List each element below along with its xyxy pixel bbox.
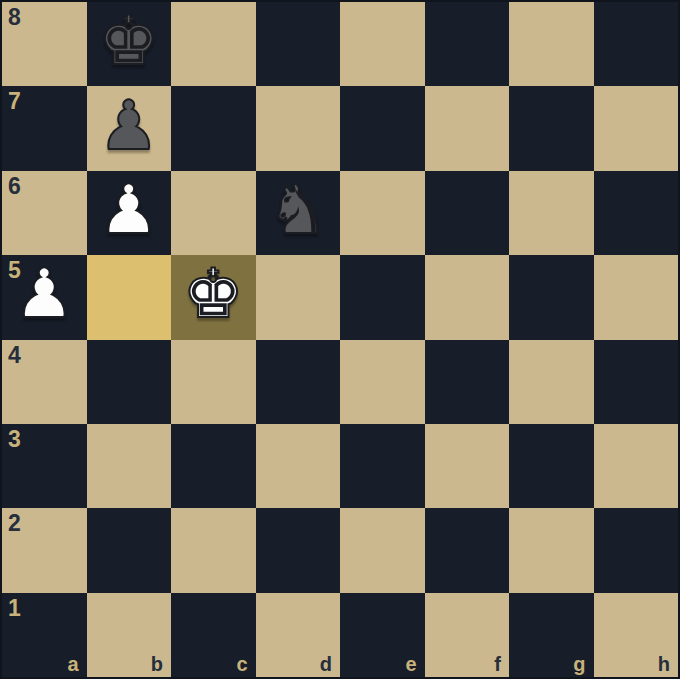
white-king[interactable]: ♚	[183, 260, 244, 328]
square-e8[interactable]	[340, 2, 425, 86]
square-d7[interactable]	[256, 86, 341, 170]
square-f3[interactable]	[425, 424, 510, 508]
square-g1[interactable]: g	[509, 593, 594, 677]
file-label-e: e	[405, 654, 416, 674]
chess-app: 8♚7♟6♟♞5♟♚4321abcdefgh	[0, 0, 680, 679]
square-a1[interactable]: 1a	[2, 593, 87, 677]
square-g6[interactable]	[509, 171, 594, 255]
square-g5[interactable]	[509, 255, 594, 339]
square-b3[interactable]	[87, 424, 172, 508]
rank-label-3: 3	[8, 428, 21, 451]
rank-label-1: 1	[8, 597, 21, 620]
square-b7[interactable]: ♟	[87, 86, 172, 170]
square-e7[interactable]	[340, 86, 425, 170]
square-b4[interactable]	[87, 340, 172, 424]
square-e2[interactable]	[340, 508, 425, 592]
square-d5[interactable]	[256, 255, 341, 339]
white-pawn[interactable]: ♟	[98, 176, 159, 244]
black-knight[interactable]: ♞	[267, 176, 328, 244]
file-label-f: f	[494, 654, 501, 674]
square-b8[interactable]: ♚	[87, 2, 172, 86]
square-h6[interactable]	[594, 171, 679, 255]
square-a7[interactable]: 7	[2, 86, 87, 170]
square-d3[interactable]	[256, 424, 341, 508]
square-g4[interactable]	[509, 340, 594, 424]
square-d1[interactable]: d	[256, 593, 341, 677]
black-pawn[interactable]: ♟	[98, 92, 159, 160]
square-d4[interactable]	[256, 340, 341, 424]
square-e3[interactable]	[340, 424, 425, 508]
square-b5[interactable]	[87, 255, 172, 339]
square-c4[interactable]	[171, 340, 256, 424]
square-f4[interactable]	[425, 340, 510, 424]
square-a4[interactable]: 4	[2, 340, 87, 424]
rank-label-4: 4	[8, 344, 21, 367]
square-h8[interactable]	[594, 2, 679, 86]
chess-board: 8♚7♟6♟♞5♟♚4321abcdefgh	[0, 0, 680, 679]
square-a8[interactable]: 8	[2, 2, 87, 86]
square-g2[interactable]	[509, 508, 594, 592]
square-b2[interactable]	[87, 508, 172, 592]
square-a6[interactable]: 6	[2, 171, 87, 255]
file-label-g: g	[573, 654, 585, 674]
square-h1[interactable]: h	[594, 593, 679, 677]
square-h3[interactable]	[594, 424, 679, 508]
square-a5[interactable]: 5♟	[2, 255, 87, 339]
square-h2[interactable]	[594, 508, 679, 592]
square-g8[interactable]	[509, 2, 594, 86]
white-pawn[interactable]: ♟	[14, 260, 75, 328]
square-c1[interactable]: c	[171, 593, 256, 677]
square-h4[interactable]	[594, 340, 679, 424]
square-f7[interactable]	[425, 86, 510, 170]
square-g3[interactable]	[509, 424, 594, 508]
square-d2[interactable]	[256, 508, 341, 592]
square-c8[interactable]	[171, 2, 256, 86]
square-f8[interactable]	[425, 2, 510, 86]
square-h7[interactable]	[594, 86, 679, 170]
square-c3[interactable]	[171, 424, 256, 508]
file-label-d: d	[320, 654, 332, 674]
square-d8[interactable]	[256, 2, 341, 86]
file-label-h: h	[658, 654, 670, 674]
square-b6[interactable]: ♟	[87, 171, 172, 255]
rank-label-7: 7	[8, 90, 21, 113]
square-c7[interactable]	[171, 86, 256, 170]
square-a3[interactable]: 3	[2, 424, 87, 508]
square-a2[interactable]: 2	[2, 508, 87, 592]
rank-label-8: 8	[8, 6, 21, 29]
file-label-b: b	[151, 654, 163, 674]
square-f5[interactable]	[425, 255, 510, 339]
rank-label-2: 2	[8, 512, 21, 535]
file-label-a: a	[67, 654, 78, 674]
square-g7[interactable]	[509, 86, 594, 170]
square-c5[interactable]: ♚	[171, 255, 256, 339]
square-f6[interactable]	[425, 171, 510, 255]
square-f1[interactable]: f	[425, 593, 510, 677]
square-f2[interactable]	[425, 508, 510, 592]
square-c2[interactable]	[171, 508, 256, 592]
square-e1[interactable]: e	[340, 593, 425, 677]
square-d6[interactable]: ♞	[256, 171, 341, 255]
rank-label-6: 6	[8, 175, 21, 198]
file-label-c: c	[236, 654, 247, 674]
black-king[interactable]: ♚	[98, 7, 159, 75]
square-h5[interactable]	[594, 255, 679, 339]
square-c6[interactable]	[171, 171, 256, 255]
square-b1[interactable]: b	[87, 593, 172, 677]
square-e6[interactable]	[340, 171, 425, 255]
square-e4[interactable]	[340, 340, 425, 424]
square-e5[interactable]	[340, 255, 425, 339]
